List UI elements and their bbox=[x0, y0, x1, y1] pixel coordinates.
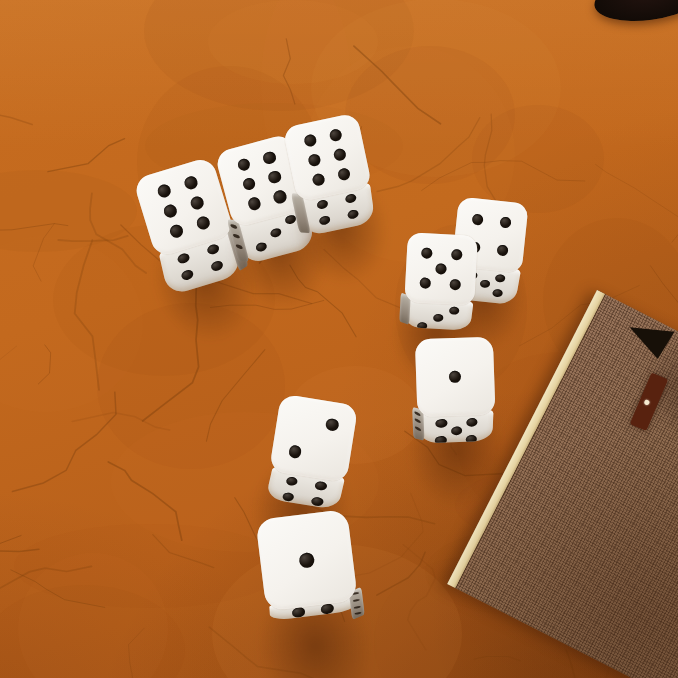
pip bbox=[177, 252, 190, 265]
pip bbox=[436, 419, 448, 428]
pip bbox=[451, 427, 463, 436]
pip bbox=[211, 259, 224, 272]
pip bbox=[267, 170, 282, 185]
pip bbox=[420, 277, 432, 289]
pip bbox=[262, 150, 277, 165]
pip bbox=[492, 288, 503, 297]
pip bbox=[156, 183, 172, 199]
die-6-top-face bbox=[415, 337, 496, 418]
pip bbox=[451, 249, 463, 261]
pip bbox=[255, 241, 268, 253]
die-8-top-face bbox=[255, 509, 358, 612]
pip bbox=[494, 273, 505, 282]
die-5 bbox=[402, 232, 478, 348]
pip bbox=[236, 157, 251, 172]
pip bbox=[195, 215, 211, 231]
side-pip bbox=[233, 233, 241, 238]
pip bbox=[162, 203, 178, 219]
pip bbox=[449, 371, 462, 384]
side-pip bbox=[354, 612, 361, 616]
pip bbox=[241, 177, 256, 192]
pip bbox=[207, 243, 220, 256]
pip bbox=[499, 217, 511, 229]
side-pip bbox=[416, 425, 422, 431]
pip bbox=[449, 306, 460, 314]
pip bbox=[315, 481, 328, 491]
pip bbox=[421, 248, 433, 260]
pip bbox=[298, 552, 314, 568]
pip bbox=[312, 172, 326, 186]
dice-layer bbox=[0, 0, 678, 678]
side-pip bbox=[353, 605, 360, 609]
pip bbox=[307, 153, 321, 167]
pip bbox=[325, 418, 339, 432]
die-6 bbox=[415, 337, 497, 464]
pip bbox=[333, 148, 347, 162]
pip bbox=[345, 193, 357, 204]
pip bbox=[288, 445, 302, 459]
die-5-top-face bbox=[404, 232, 478, 306]
pip bbox=[435, 263, 447, 275]
pip bbox=[303, 134, 317, 148]
pip bbox=[247, 196, 262, 211]
pip bbox=[319, 215, 331, 226]
side-pip bbox=[231, 223, 239, 228]
die-7-top-face bbox=[269, 394, 358, 483]
die-3 bbox=[282, 112, 382, 247]
side-pip bbox=[352, 599, 359, 603]
die-3-top-face bbox=[282, 112, 372, 202]
pip bbox=[347, 209, 359, 220]
pip bbox=[337, 167, 351, 181]
pip bbox=[189, 195, 205, 211]
pip bbox=[169, 223, 185, 239]
pip bbox=[183, 174, 199, 190]
die-8 bbox=[255, 509, 364, 666]
pip bbox=[467, 418, 479, 427]
pip bbox=[497, 244, 509, 256]
pip bbox=[329, 128, 343, 142]
side-pip bbox=[415, 418, 421, 424]
pip bbox=[317, 199, 329, 210]
pip bbox=[286, 477, 299, 487]
pip bbox=[270, 228, 283, 240]
pip bbox=[449, 279, 461, 291]
pip bbox=[472, 214, 484, 226]
pip bbox=[433, 314, 444, 322]
pip bbox=[181, 269, 194, 282]
table-scene bbox=[0, 0, 678, 678]
side-pip bbox=[236, 243, 244, 248]
